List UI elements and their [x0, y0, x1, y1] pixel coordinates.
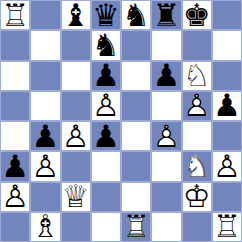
square-h8[interactable] — [212, 0, 242, 30]
white-piece-fill-glyph: ♞ — [182, 151, 212, 181]
square-a3[interactable]: ♟ — [0, 151, 30, 181]
square-e3[interactable] — [121, 151, 151, 181]
piece-white-knight[interactable]: ♞♘ — [182, 61, 212, 91]
black-piece-glyph: ♟ — [91, 121, 121, 151]
piece-white-queen[interactable]: ♛♕ — [61, 182, 91, 212]
square-g7[interactable] — [182, 30, 212, 60]
square-e5[interactable] — [121, 91, 151, 121]
black-piece-glyph: ♟ — [151, 61, 181, 91]
piece-white-bishop[interactable]: ♝♗ — [30, 212, 60, 242]
black-piece-glyph: ♞ — [91, 30, 121, 60]
square-c3[interactable] — [61, 151, 91, 181]
square-b6[interactable] — [30, 61, 60, 91]
square-h5[interactable]: ♟ — [212, 91, 242, 121]
square-d3[interactable] — [91, 151, 121, 181]
square-h4[interactable] — [212, 121, 242, 151]
square-e7[interactable] — [121, 30, 151, 60]
white-piece-outline-glyph: ♖ — [0, 0, 30, 30]
white-piece-outline-glyph: ♙ — [30, 151, 60, 181]
square-f3[interactable] — [151, 151, 181, 181]
white-piece-fill-glyph: ♝ — [30, 212, 60, 242]
square-f2[interactable] — [151, 182, 181, 212]
square-b8[interactable] — [30, 0, 60, 30]
white-piece-outline-glyph: ♗ — [30, 212, 60, 242]
piece-white-rook[interactable]: ♜♖ — [212, 212, 242, 242]
square-h2[interactable] — [212, 182, 242, 212]
square-c4[interactable]: ♟♙ — [61, 121, 91, 151]
square-b7[interactable] — [30, 30, 60, 60]
square-g5[interactable]: ♟♙ — [182, 91, 212, 121]
square-f6[interactable]: ♟ — [151, 61, 181, 91]
white-piece-outline-glyph: ♘ — [182, 151, 212, 181]
white-piece-fill-glyph: ♚ — [182, 182, 212, 212]
white-piece-fill-glyph: ♟ — [212, 151, 242, 181]
black-piece-glyph: ♜ — [151, 0, 181, 30]
piece-white-pawn[interactable]: ♟♙ — [30, 151, 60, 181]
white-piece-outline-glyph: ♙ — [151, 121, 181, 151]
piece-black-knight[interactable]: ♞ — [91, 30, 121, 60]
piece-black-pawn[interactable]: ♟ — [151, 61, 181, 91]
square-g2[interactable]: ♚♔ — [182, 182, 212, 212]
white-piece-outline-glyph: ♙ — [61, 121, 91, 151]
square-e8[interactable]: ♞ — [121, 0, 151, 30]
black-piece-glyph: ♟ — [30, 121, 60, 151]
piece-white-rook[interactable]: ♜♖ — [0, 0, 30, 30]
square-d1[interactable] — [91, 212, 121, 242]
square-d6[interactable]: ♟ — [91, 61, 121, 91]
square-d7[interactable]: ♞ — [91, 30, 121, 60]
white-piece-fill-glyph: ♟ — [91, 91, 121, 121]
piece-white-knight[interactable]: ♞♘ — [182, 151, 212, 181]
black-piece-glyph: ♟ — [91, 61, 121, 91]
square-h1[interactable]: ♜♖ — [212, 212, 242, 242]
white-piece-fill-glyph: ♜ — [0, 0, 30, 30]
square-a5[interactable] — [0, 91, 30, 121]
square-f4[interactable]: ♟♙ — [151, 121, 181, 151]
square-g4[interactable] — [182, 121, 212, 151]
square-e2[interactable] — [121, 182, 151, 212]
white-piece-fill-glyph: ♟ — [0, 182, 30, 212]
square-f8[interactable]: ♜ — [151, 0, 181, 30]
piece-white-pawn[interactable]: ♟♙ — [61, 121, 91, 151]
piece-black-knight[interactable]: ♞ — [121, 0, 151, 30]
white-piece-outline-glyph: ♙ — [212, 151, 242, 181]
white-piece-outline-glyph: ♙ — [182, 91, 212, 121]
white-piece-fill-glyph: ♜ — [121, 212, 151, 242]
square-e4[interactable] — [121, 121, 151, 151]
square-c1[interactable] — [61, 212, 91, 242]
white-piece-outline-glyph: ♖ — [121, 212, 151, 242]
piece-white-pawn[interactable]: ♟♙ — [91, 91, 121, 121]
piece-black-pawn[interactable]: ♟ — [0, 151, 30, 181]
square-c6[interactable] — [61, 61, 91, 91]
piece-black-pawn[interactable]: ♟ — [212, 91, 242, 121]
square-g6[interactable]: ♞♘ — [182, 61, 212, 91]
square-d5[interactable]: ♟♙ — [91, 91, 121, 121]
white-piece-outline-glyph: ♙ — [0, 182, 30, 212]
square-c2[interactable]: ♛♕ — [61, 182, 91, 212]
square-b3[interactable]: ♟♙ — [30, 151, 60, 181]
piece-white-rook[interactable]: ♜♖ — [121, 212, 151, 242]
piece-white-pawn[interactable]: ♟♙ — [182, 91, 212, 121]
square-a4[interactable] — [0, 121, 30, 151]
square-a6[interactable] — [0, 61, 30, 91]
white-piece-fill-glyph: ♟ — [30, 151, 60, 181]
square-d8[interactable]: ♛ — [91, 0, 121, 30]
white-piece-outline-glyph: ♔ — [182, 182, 212, 212]
piece-black-bishop[interactable]: ♝ — [61, 0, 91, 30]
square-h7[interactable] — [212, 30, 242, 60]
square-h6[interactable] — [212, 61, 242, 91]
white-piece-outline-glyph: ♖ — [212, 212, 242, 242]
piece-white-king[interactable]: ♚♔ — [182, 182, 212, 212]
white-piece-fill-glyph: ♛ — [61, 182, 91, 212]
square-f5[interactable] — [151, 91, 181, 121]
square-e1[interactable]: ♜♖ — [121, 212, 151, 242]
black-piece-glyph: ♞ — [121, 0, 151, 30]
square-g3[interactable]: ♞♘ — [182, 151, 212, 181]
black-piece-glyph: ♛ — [91, 0, 121, 30]
white-piece-fill-glyph: ♜ — [212, 212, 242, 242]
piece-black-pawn[interactable]: ♟ — [91, 121, 121, 151]
piece-black-queen[interactable]: ♛ — [91, 0, 121, 30]
square-f1[interactable] — [151, 212, 181, 242]
square-b1[interactable]: ♝♗ — [30, 212, 60, 242]
piece-white-pawn[interactable]: ♟♙ — [0, 182, 30, 212]
square-c7[interactable] — [61, 30, 91, 60]
square-b5[interactable] — [30, 91, 60, 121]
black-piece-glyph: ♟ — [0, 151, 30, 181]
white-piece-fill-glyph: ♞ — [182, 61, 212, 91]
white-piece-outline-glyph: ♙ — [91, 91, 121, 121]
square-d4[interactable]: ♟ — [91, 121, 121, 151]
square-a8[interactable]: ♜♖ — [0, 0, 30, 30]
square-f7[interactable] — [151, 30, 181, 60]
black-piece-glyph: ♝ — [61, 0, 91, 30]
white-piece-fill-glyph: ♟ — [151, 121, 181, 151]
square-a2[interactable]: ♟♙ — [0, 182, 30, 212]
square-g1[interactable] — [182, 212, 212, 242]
square-a7[interactable] — [0, 30, 30, 60]
square-h3[interactable]: ♟♙ — [212, 151, 242, 181]
piece-white-pawn[interactable]: ♟♙ — [212, 151, 242, 181]
black-piece-glyph: ♟ — [212, 91, 242, 121]
white-piece-fill-glyph: ♟ — [182, 91, 212, 121]
piece-white-pawn[interactable]: ♟♙ — [151, 121, 181, 151]
square-b4[interactable]: ♟ — [30, 121, 60, 151]
black-piece-glyph: ♚ — [182, 0, 212, 30]
piece-black-pawn[interactable]: ♟ — [30, 121, 60, 151]
white-piece-outline-glyph: ♘ — [182, 61, 212, 91]
square-b2[interactable] — [30, 182, 60, 212]
piece-black-king[interactable]: ♚ — [182, 0, 212, 30]
square-g8[interactable]: ♚ — [182, 0, 212, 30]
square-d2[interactable] — [91, 182, 121, 212]
piece-black-rook[interactable]: ♜ — [151, 0, 181, 30]
piece-black-pawn[interactable]: ♟ — [91, 61, 121, 91]
white-piece-outline-glyph: ♕ — [61, 182, 91, 212]
square-c5[interactable] — [61, 91, 91, 121]
square-a1[interactable] — [0, 212, 30, 242]
white-piece-fill-glyph: ♟ — [61, 121, 91, 151]
square-e6[interactable] — [121, 61, 151, 91]
chess-board: ♜♖♝♛♞♜♚♞♟♟♞♘♟♙♟♙♟♟♟♙♟♟♙♟♟♙♞♘♟♙♟♙♛♕♚♔♝♗♜♖… — [0, 0, 242, 242]
square-c8[interactable]: ♝ — [61, 0, 91, 30]
